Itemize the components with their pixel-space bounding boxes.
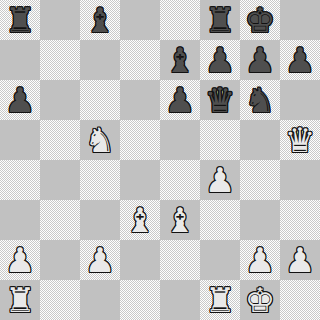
square-a2[interactable]: ♟ <box>0 240 40 280</box>
chess-board: ♜♝♜♚♝♟♟♟♟♟♛♞♞♛♟♝♝♟♟♟♟♜♜♚ <box>0 0 320 320</box>
piece-black-pawn[interactable]: ♟ <box>245 40 275 80</box>
square-f5[interactable] <box>200 120 240 160</box>
piece-white-pawn[interactable]: ♟ <box>285 240 315 280</box>
square-h5[interactable]: ♛ <box>280 120 320 160</box>
square-e8[interactable] <box>160 0 200 40</box>
square-a5[interactable] <box>0 120 40 160</box>
square-f2[interactable] <box>200 240 240 280</box>
square-g8[interactable]: ♚ <box>240 0 280 40</box>
square-c4[interactable] <box>80 160 120 200</box>
square-f6[interactable]: ♛ <box>200 80 240 120</box>
square-a3[interactable] <box>0 200 40 240</box>
piece-black-king[interactable]: ♚ <box>245 0 275 40</box>
square-a7[interactable] <box>0 40 40 80</box>
square-e2[interactable] <box>160 240 200 280</box>
square-b2[interactable] <box>40 240 80 280</box>
square-h8[interactable] <box>280 0 320 40</box>
piece-white-knight[interactable]: ♞ <box>85 120 115 160</box>
square-e5[interactable] <box>160 120 200 160</box>
piece-white-pawn[interactable]: ♟ <box>205 160 235 200</box>
square-f8[interactable]: ♜ <box>200 0 240 40</box>
square-e1[interactable] <box>160 280 200 320</box>
square-e4[interactable] <box>160 160 200 200</box>
square-c1[interactable] <box>80 280 120 320</box>
piece-black-rook[interactable]: ♜ <box>5 0 35 40</box>
square-d8[interactable] <box>120 0 160 40</box>
square-e7[interactable]: ♝ <box>160 40 200 80</box>
square-f7[interactable]: ♟ <box>200 40 240 80</box>
square-a6[interactable]: ♟ <box>0 80 40 120</box>
square-d4[interactable] <box>120 160 160 200</box>
square-h7[interactable]: ♟ <box>280 40 320 80</box>
square-h4[interactable] <box>280 160 320 200</box>
piece-black-bishop[interactable]: ♝ <box>165 40 195 80</box>
square-d7[interactable] <box>120 40 160 80</box>
square-g4[interactable] <box>240 160 280 200</box>
piece-black-knight[interactable]: ♞ <box>245 80 275 120</box>
square-g7[interactable]: ♟ <box>240 40 280 80</box>
square-g3[interactable] <box>240 200 280 240</box>
square-f1[interactable]: ♜ <box>200 280 240 320</box>
square-a4[interactable] <box>0 160 40 200</box>
square-d2[interactable] <box>120 240 160 280</box>
piece-black-pawn[interactable]: ♟ <box>5 80 35 120</box>
square-a8[interactable]: ♜ <box>0 0 40 40</box>
square-e6[interactable]: ♟ <box>160 80 200 120</box>
square-b7[interactable] <box>40 40 80 80</box>
square-g1[interactable]: ♚ <box>240 280 280 320</box>
square-c5[interactable]: ♞ <box>80 120 120 160</box>
square-d1[interactable] <box>120 280 160 320</box>
square-h2[interactable]: ♟ <box>280 240 320 280</box>
piece-white-bishop[interactable]: ♝ <box>125 200 155 240</box>
square-h6[interactable] <box>280 80 320 120</box>
square-b4[interactable] <box>40 160 80 200</box>
square-b1[interactable] <box>40 280 80 320</box>
piece-white-queen[interactable]: ♛ <box>285 120 315 160</box>
piece-black-pawn[interactable]: ♟ <box>205 40 235 80</box>
square-e3[interactable]: ♝ <box>160 200 200 240</box>
square-f3[interactable] <box>200 200 240 240</box>
piece-black-rook[interactable]: ♜ <box>205 0 235 40</box>
square-b8[interactable] <box>40 0 80 40</box>
square-c8[interactable]: ♝ <box>80 0 120 40</box>
square-h3[interactable] <box>280 200 320 240</box>
piece-white-pawn[interactable]: ♟ <box>85 240 115 280</box>
square-d5[interactable] <box>120 120 160 160</box>
square-g2[interactable]: ♟ <box>240 240 280 280</box>
piece-black-bishop[interactable]: ♝ <box>85 0 115 40</box>
piece-white-king[interactable]: ♚ <box>245 280 275 320</box>
piece-white-pawn[interactable]: ♟ <box>245 240 275 280</box>
piece-white-pawn[interactable]: ♟ <box>5 240 35 280</box>
square-g6[interactable]: ♞ <box>240 80 280 120</box>
square-f4[interactable]: ♟ <box>200 160 240 200</box>
square-d6[interactable] <box>120 80 160 120</box>
square-b6[interactable] <box>40 80 80 120</box>
piece-black-pawn[interactable]: ♟ <box>285 40 315 80</box>
piece-white-bishop[interactable]: ♝ <box>165 200 195 240</box>
square-c6[interactable] <box>80 80 120 120</box>
square-a1[interactable]: ♜ <box>0 280 40 320</box>
piece-black-pawn[interactable]: ♟ <box>165 80 195 120</box>
square-b3[interactable] <box>40 200 80 240</box>
square-h1[interactable] <box>280 280 320 320</box>
square-b5[interactable] <box>40 120 80 160</box>
piece-white-rook[interactable]: ♜ <box>5 280 35 320</box>
square-c7[interactable] <box>80 40 120 80</box>
square-c2[interactable]: ♟ <box>80 240 120 280</box>
square-g5[interactable] <box>240 120 280 160</box>
square-c3[interactable] <box>80 200 120 240</box>
piece-white-rook[interactable]: ♜ <box>205 280 235 320</box>
square-d3[interactable]: ♝ <box>120 200 160 240</box>
piece-black-queen[interactable]: ♛ <box>205 80 235 120</box>
